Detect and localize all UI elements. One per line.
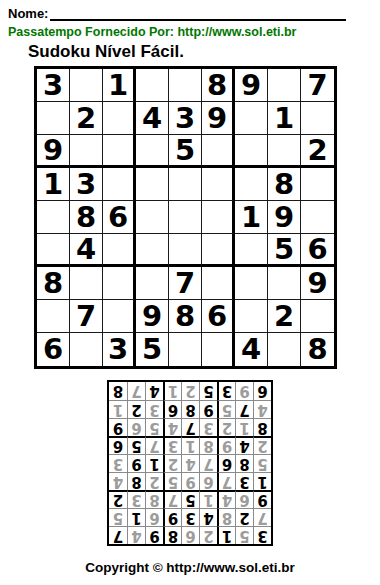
- name-label: Nome:: [8, 6, 48, 21]
- solution-cell-r4c2: 3: [235, 472, 253, 490]
- sudoku-cell-r5c5[interactable]: [169, 201, 202, 234]
- sudoku-cell-r3c4[interactable]: [136, 135, 169, 168]
- solution-cell-r7c2: 1: [235, 418, 253, 436]
- solution-cell-r9c3: 3: [217, 382, 235, 400]
- sudoku-cell-r6c5[interactable]: [169, 234, 202, 267]
- sudoku-cell-r9c5[interactable]: [169, 333, 202, 366]
- sudoku-cell-r2c8[interactable]: 1: [268, 102, 301, 135]
- solution-cell-r3c3: 4: [217, 490, 235, 508]
- sudoku-cell-r7c5[interactable]: 7: [169, 267, 202, 300]
- solution-cell-r5c6: 2: [163, 454, 181, 472]
- sudoku-cell-r6c4[interactable]: [136, 234, 169, 267]
- sudoku-cell-r9c6[interactable]: [202, 333, 235, 366]
- solution-cell-r8c6: 6: [163, 400, 181, 418]
- solution-wrap: 3512689477284396159641578321376952845867…: [8, 380, 372, 546]
- sudoku-cell-r2c7[interactable]: [235, 102, 268, 135]
- sudoku-cell-r6c3[interactable]: [103, 234, 136, 267]
- sudoku-cell-r9c3[interactable]: 3: [103, 333, 136, 366]
- solution-cell-r2c3: 8: [217, 508, 235, 526]
- solution-cell-r8c3: 5: [217, 400, 235, 418]
- solution-cell-r8c9: 1: [109, 400, 127, 418]
- solution-cell-r4c7: 2: [145, 472, 163, 490]
- copyright-footer: Copyright © http://www.sol.eti.br: [8, 560, 372, 575]
- sudoku-cell-r6c1[interactable]: [37, 234, 70, 267]
- solution-cell-r3c7: 8: [145, 490, 163, 508]
- solution-cell-r5c5: 4: [181, 454, 199, 472]
- solution-cell-r6c6: 3: [163, 436, 181, 454]
- sudoku-cell-r1c1[interactable]: 3: [37, 69, 70, 102]
- sudoku-cell-r1c6[interactable]: 8: [202, 69, 235, 102]
- provider-line: Passatempo Fornecido Por: http://www.sol…: [8, 25, 372, 39]
- sudoku-cell-r1c5[interactable]: [169, 69, 202, 102]
- solution-cell-r8c1: 4: [253, 400, 271, 418]
- solution-cell-r6c3: 9: [217, 436, 235, 454]
- sudoku-cell-r8c3[interactable]: [103, 300, 136, 333]
- sudoku-cell-r1c8[interactable]: [268, 69, 301, 102]
- sudoku-cell-r8c7[interactable]: [235, 300, 268, 333]
- sudoku-cell-r3c2[interactable]: [70, 135, 103, 168]
- solution-cell-r3c9: 2: [109, 490, 127, 508]
- solution-cell-r2c4: 4: [199, 508, 217, 526]
- solution-cell-r9c4: 5: [199, 382, 217, 400]
- sudoku-cell-r3c3[interactable]: [103, 135, 136, 168]
- solution-cell-r2c8: 1: [127, 508, 145, 526]
- name-underline[interactable]: [50, 8, 346, 21]
- sudoku-cell-r1c3[interactable]: 1: [103, 69, 136, 102]
- sudoku-cell-r8c1[interactable]: [37, 300, 70, 333]
- sudoku-cell-r7c4[interactable]: [136, 267, 169, 300]
- solution-cell-r5c4: 7: [199, 454, 217, 472]
- sudoku-cell-r5c2[interactable]: 8: [70, 201, 103, 234]
- solution-cell-r9c2: 9: [235, 382, 253, 400]
- sudoku-cell-r9c2[interactable]: [70, 333, 103, 366]
- solution-cell-r4c4: 6: [199, 472, 217, 490]
- solution-cell-r6c8: 5: [127, 436, 145, 454]
- solution-cell-r2c7: 6: [145, 508, 163, 526]
- sudoku-cell-r7c3[interactable]: [103, 267, 136, 300]
- sudoku-cell-r8c5[interactable]: 8: [169, 300, 202, 333]
- sudoku-cell-r4c2[interactable]: 3: [70, 168, 103, 201]
- sudoku-cell-r4c8[interactable]: 8: [268, 168, 301, 201]
- solution-cell-r1c5: 6: [181, 526, 199, 544]
- sudoku-cell-r4c7[interactable]: [235, 168, 268, 201]
- solution-cell-r1c8: 4: [127, 526, 145, 544]
- solution-cell-r2c2: 2: [235, 508, 253, 526]
- solution-cell-r9c5: 2: [181, 382, 199, 400]
- solution-cell-r1c6: 8: [163, 526, 181, 544]
- solution-cell-r7c5: 7: [181, 418, 199, 436]
- solution-cell-r3c8: 3: [127, 490, 145, 508]
- sudoku-cell-r4c9[interactable]: [301, 168, 334, 201]
- solution-cell-r1c4: 2: [199, 526, 217, 544]
- sudoku-cell-r6c2[interactable]: 4: [70, 234, 103, 267]
- solution-cell-r8c5: 8: [181, 400, 199, 418]
- sudoku-cell-r4c6[interactable]: [202, 168, 235, 201]
- sudoku-cell-r4c4[interactable]: [136, 168, 169, 201]
- page-title: Sudoku Nível Fácil.: [28, 42, 372, 62]
- sudoku-cell-r1c4[interactable]: [136, 69, 169, 102]
- sudoku-cell-r2c3[interactable]: [103, 102, 136, 135]
- solution-cell-r6c2: 4: [235, 436, 253, 454]
- sudoku-cell-r6c6[interactable]: [202, 234, 235, 267]
- sudoku-cell-r8c9[interactable]: [301, 300, 334, 333]
- solution-cell-r6c7: 7: [145, 436, 163, 454]
- sudoku-cell-r5c9[interactable]: [301, 201, 334, 234]
- solution-cell-r6c9: 6: [109, 436, 127, 454]
- sudoku-cell-r9c4[interactable]: 5: [136, 333, 169, 366]
- solution-cell-r4c1: 1: [253, 472, 271, 490]
- solution-cell-r5c3: 6: [217, 454, 235, 472]
- sudoku-cell-r2c2[interactable]: 2: [70, 102, 103, 135]
- solution-cell-r1c7: 9: [145, 526, 163, 544]
- sudoku-cell-r7c1[interactable]: 8: [37, 267, 70, 300]
- sudoku-cell-r8c6[interactable]: 6: [202, 300, 235, 333]
- sudoku-cell-r7c6[interactable]: [202, 267, 235, 300]
- solution-cell-r4c6: 5: [163, 472, 181, 490]
- solution-cell-r4c3: 7: [217, 472, 235, 490]
- solution-cell-r1c3: 1: [217, 526, 235, 544]
- sudoku-cell-r6c9[interactable]: 6: [301, 234, 334, 267]
- sudoku-cell-r1c7[interactable]: 9: [235, 69, 268, 102]
- sudoku-cell-r5c8[interactable]: 9: [268, 201, 301, 234]
- main-sudoku-grid: 318972439195213886194568797986263548: [34, 66, 337, 369]
- sudoku-cell-r6c8[interactable]: 5: [268, 234, 301, 267]
- solution-cell-r3c5: 5: [181, 490, 199, 508]
- sudoku-cell-r2c9[interactable]: [301, 102, 334, 135]
- solution-cell-r6c1: 2: [253, 436, 271, 454]
- sudoku-cell-r4c5[interactable]: [169, 168, 202, 201]
- solution-cell-r7c4: 3: [199, 418, 217, 436]
- solution-cell-r9c8: 7: [127, 382, 145, 400]
- sudoku-cell-r5c3[interactable]: 6: [103, 201, 136, 234]
- solution-cell-r7c6: 4: [163, 418, 181, 436]
- solution-cell-r8c4: 9: [199, 400, 217, 418]
- solution-cell-r5c9: 3: [109, 454, 127, 472]
- sudoku-cell-r3c1[interactable]: 9: [37, 135, 70, 168]
- solution-cell-r7c3: 2: [217, 418, 235, 436]
- solution-cell-r9c6: 1: [163, 382, 181, 400]
- solution-grid: 3512689477284396159641578321376952845867…: [107, 380, 273, 546]
- solution-cell-r6c4: 8: [199, 436, 217, 454]
- solution-cell-r2c6: 9: [163, 508, 181, 526]
- sudoku-worksheet-page: Nome: Passatempo Fornecido Por: http://w…: [0, 0, 380, 585]
- sudoku-cell-r3c5[interactable]: 5: [169, 135, 202, 168]
- sudoku-cell-r5c6[interactable]: [202, 201, 235, 234]
- solution-cell-r1c9: 7: [109, 526, 127, 544]
- sudoku-cell-r9c8[interactable]: [268, 333, 301, 366]
- solution-cell-r3c6: 7: [163, 490, 181, 508]
- solution-cell-r7c7: 5: [145, 418, 163, 436]
- sudoku-cell-r5c4[interactable]: [136, 201, 169, 234]
- sudoku-cell-r4c3[interactable]: [103, 168, 136, 201]
- sudoku-cell-r1c9[interactable]: 7: [301, 69, 334, 102]
- solution-cell-r1c2: 5: [235, 526, 253, 544]
- solution-cell-r7c9: 9: [109, 418, 127, 436]
- sudoku-cell-r5c1[interactable]: [37, 201, 70, 234]
- solution-cell-r4c8: 8: [127, 472, 145, 490]
- sudoku-cell-r2c4[interactable]: 4: [136, 102, 169, 135]
- solution-cell-r4c9: 4: [109, 472, 127, 490]
- solution-cell-r6c5: 1: [181, 436, 199, 454]
- solution-cell-r3c1: 9: [253, 490, 271, 508]
- sudoku-cell-r9c7[interactable]: 4: [235, 333, 268, 366]
- solution-cell-r3c2: 6: [235, 490, 253, 508]
- solution-cell-r5c8: 9: [127, 454, 145, 472]
- sudoku-cell-r8c4[interactable]: 9: [136, 300, 169, 333]
- solution-cell-r9c7: 4: [145, 382, 163, 400]
- solution-cell-r1c1: 3: [253, 526, 271, 544]
- sudoku-cell-r5c7[interactable]: 1: [235, 201, 268, 234]
- solution-cell-r5c1: 5: [253, 454, 271, 472]
- sudoku-cell-r7c7[interactable]: [235, 267, 268, 300]
- sudoku-cell-r6c7[interactable]: [235, 234, 268, 267]
- solution-cell-r2c9: 5: [109, 508, 127, 526]
- sudoku-cell-r9c1[interactable]: 6: [37, 333, 70, 366]
- sudoku-cell-r3c9[interactable]: 2: [301, 135, 334, 168]
- sudoku-cell-r8c2[interactable]: 7: [70, 300, 103, 333]
- sudoku-cell-r3c7[interactable]: [235, 135, 268, 168]
- solution-cell-r5c7: 1: [145, 454, 163, 472]
- sudoku-cell-r4c1[interactable]: 1: [37, 168, 70, 201]
- sudoku-cell-r7c9[interactable]: 9: [301, 267, 334, 300]
- sudoku-cell-r7c2[interactable]: [70, 267, 103, 300]
- solution-cell-r9c9: 8: [109, 382, 127, 400]
- solution-cell-r8c8: 2: [127, 400, 145, 418]
- sudoku-cell-r8c8[interactable]: 2: [268, 300, 301, 333]
- sudoku-cell-r2c6[interactable]: 9: [202, 102, 235, 135]
- sudoku-cell-r2c5[interactable]: 3: [169, 102, 202, 135]
- solution-cell-r2c1: 7: [253, 508, 271, 526]
- solution-cell-r4c5: 9: [181, 472, 199, 490]
- solution-cell-r7c1: 8: [253, 418, 271, 436]
- solution-cell-r9c1: 6: [253, 382, 271, 400]
- sudoku-cell-r3c6[interactable]: [202, 135, 235, 168]
- name-row: Nome:: [8, 4, 346, 21]
- sudoku-cell-r2c1[interactable]: [37, 102, 70, 135]
- sudoku-cell-r9c9[interactable]: 8: [301, 333, 334, 366]
- solution-cell-r8c7: 3: [145, 400, 163, 418]
- sudoku-cell-r3c8[interactable]: [268, 135, 301, 168]
- solution-cell-r2c5: 3: [181, 508, 199, 526]
- sudoku-cell-r7c8[interactable]: [268, 267, 301, 300]
- solution-cell-r7c8: 6: [127, 418, 145, 436]
- sudoku-cell-r1c2[interactable]: [70, 69, 103, 102]
- solution-cell-r3c4: 1: [199, 490, 217, 508]
- solution-cell-r8c2: 7: [235, 400, 253, 418]
- solution-cell-r5c2: 8: [235, 454, 253, 472]
